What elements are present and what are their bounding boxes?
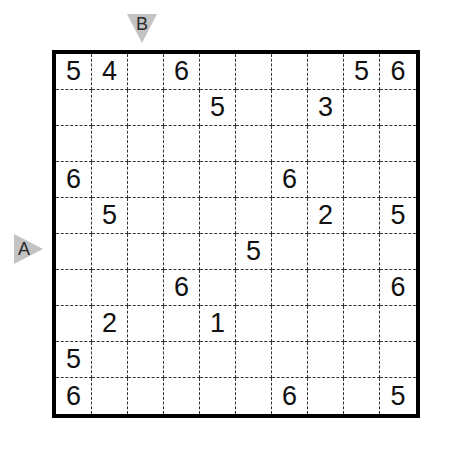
cell-r3c3[interactable]	[128, 126, 164, 162]
cell-r8c1[interactable]	[56, 306, 92, 342]
cell-r3c4[interactable]	[164, 126, 200, 162]
cell-r8c9[interactable]	[344, 306, 380, 342]
cell-r7c8[interactable]	[308, 270, 344, 306]
cell-r8c3[interactable]	[128, 306, 164, 342]
cell-r9c5[interactable]	[200, 342, 236, 378]
cell-r4c10[interactable]	[380, 162, 416, 198]
cell-r5c8-clue: 2	[308, 198, 344, 234]
cell-r5c9[interactable]	[344, 198, 380, 234]
cell-r1c7[interactable]	[272, 54, 308, 90]
cell-r5c5[interactable]	[200, 198, 236, 234]
puzzle-page: { "game": "fillomino (GMPuzzles-style 10…	[0, 0, 471, 468]
cell-r2c8-clue: 3	[308, 90, 344, 126]
answer-arrow-b: B	[127, 14, 157, 43]
cell-r10c4[interactable]	[164, 378, 200, 414]
cell-r6c3[interactable]	[128, 234, 164, 270]
cell-r2c1[interactable]	[56, 90, 92, 126]
cell-r1c9-clue: 5	[344, 54, 380, 90]
cell-r4c7-clue: 6	[272, 162, 308, 198]
cell-r4c3[interactable]	[128, 162, 164, 198]
cell-r3c2[interactable]	[92, 126, 128, 162]
cell-r2c6[interactable]	[236, 90, 272, 126]
cell-r1c8[interactable]	[308, 54, 344, 90]
cell-r6c6-clue: 5	[236, 234, 272, 270]
cell-r3c6[interactable]	[236, 126, 272, 162]
cell-r5c6[interactable]	[236, 198, 272, 234]
cell-r1c6[interactable]	[236, 54, 272, 90]
cell-r4c6[interactable]	[236, 162, 272, 198]
cell-r9c6[interactable]	[236, 342, 272, 378]
cell-r8c7[interactable]	[272, 306, 308, 342]
cell-r2c3[interactable]	[128, 90, 164, 126]
cell-r2c5-clue: 5	[200, 90, 236, 126]
cell-r1c10-clue: 6	[380, 54, 416, 90]
cell-r3c7[interactable]	[272, 126, 308, 162]
cell-r1c1-clue: 5	[56, 54, 92, 90]
cell-r4c5[interactable]	[200, 162, 236, 198]
cell-r10c5[interactable]	[200, 378, 236, 414]
cell-r2c4[interactable]	[164, 90, 200, 126]
cell-r1c5[interactable]	[200, 54, 236, 90]
cell-r3c10[interactable]	[380, 126, 416, 162]
cell-r4c2[interactable]	[92, 162, 128, 198]
answer-arrow-a: A	[14, 234, 43, 264]
cell-r6c9[interactable]	[344, 234, 380, 270]
cell-r6c4[interactable]	[164, 234, 200, 270]
cell-r6c2[interactable]	[92, 234, 128, 270]
cell-r8c6[interactable]	[236, 306, 272, 342]
cell-r2c9[interactable]	[344, 90, 380, 126]
answer-arrow-b-label: B	[136, 15, 148, 33]
cell-r9c3[interactable]	[128, 342, 164, 378]
cell-r1c4-clue: 6	[164, 54, 200, 90]
cell-r9c10[interactable]	[380, 342, 416, 378]
cell-r8c8[interactable]	[308, 306, 344, 342]
cell-r6c1[interactable]	[56, 234, 92, 270]
cell-r5c1[interactable]	[56, 198, 92, 234]
puzzle-board: 546565366525566215665	[52, 50, 420, 418]
cell-r7c9[interactable]	[344, 270, 380, 306]
cell-r10c7-clue: 6	[272, 378, 308, 414]
cell-r10c6[interactable]	[236, 378, 272, 414]
cell-r10c3[interactable]	[128, 378, 164, 414]
cell-r6c8[interactable]	[308, 234, 344, 270]
cell-r3c1[interactable]	[56, 126, 92, 162]
cell-r7c3[interactable]	[128, 270, 164, 306]
cell-r5c2-clue: 5	[92, 198, 128, 234]
cell-r5c4[interactable]	[164, 198, 200, 234]
cell-r8c2-clue: 2	[92, 306, 128, 342]
cell-r9c8[interactable]	[308, 342, 344, 378]
cell-r7c1[interactable]	[56, 270, 92, 306]
cell-r4c1-clue: 6	[56, 162, 92, 198]
answer-arrow-a-label: A	[18, 240, 30, 258]
cell-r9c1-clue: 5	[56, 342, 92, 378]
cell-r6c10[interactable]	[380, 234, 416, 270]
cell-r6c5[interactable]	[200, 234, 236, 270]
cell-r5c10-clue: 5	[380, 198, 416, 234]
cell-r9c2[interactable]	[92, 342, 128, 378]
cell-r7c10-clue: 6	[380, 270, 416, 306]
cell-r3c8[interactable]	[308, 126, 344, 162]
cell-r4c4[interactable]	[164, 162, 200, 198]
cell-r9c9[interactable]	[344, 342, 380, 378]
cell-r8c4[interactable]	[164, 306, 200, 342]
cell-r6c7[interactable]	[272, 234, 308, 270]
cell-r9c4[interactable]	[164, 342, 200, 378]
cell-r10c2[interactable]	[92, 378, 128, 414]
cell-r8c10[interactable]	[380, 306, 416, 342]
cell-r2c2[interactable]	[92, 90, 128, 126]
cell-r3c5[interactable]	[200, 126, 236, 162]
cell-r4c8[interactable]	[308, 162, 344, 198]
cell-r4c9[interactable]	[344, 162, 380, 198]
cell-r8c5-clue: 1	[200, 306, 236, 342]
cell-r10c1-clue: 6	[56, 378, 92, 414]
cell-r9c7[interactable]	[272, 342, 308, 378]
cell-r2c10[interactable]	[380, 90, 416, 126]
cell-r2c7[interactable]	[272, 90, 308, 126]
cell-r7c6[interactable]	[236, 270, 272, 306]
cell-r7c2[interactable]	[92, 270, 128, 306]
cell-r10c10-clue: 5	[380, 378, 416, 414]
cell-r7c7[interactable]	[272, 270, 308, 306]
cell-r3c9[interactable]	[344, 126, 380, 162]
cell-r10c9[interactable]	[344, 378, 380, 414]
cell-r5c3[interactable]	[128, 198, 164, 234]
cell-r7c5[interactable]	[200, 270, 236, 306]
cell-r10c8[interactable]	[308, 378, 344, 414]
cell-r7c4-clue: 6	[164, 270, 200, 306]
cell-r5c7[interactable]	[272, 198, 308, 234]
cell-r1c3[interactable]	[128, 54, 164, 90]
cell-r1c2-clue: 4	[92, 54, 128, 90]
